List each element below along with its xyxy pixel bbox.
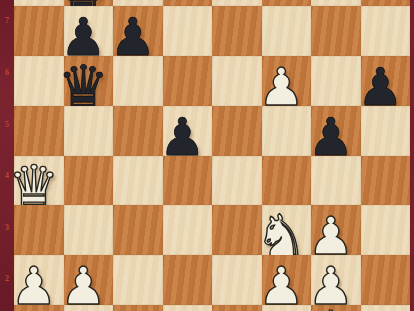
square-d3[interactable] [163, 205, 213, 255]
white-pawn[interactable]: ♟ [14, 260, 57, 311]
square-h5[interactable] [361, 106, 411, 156]
rank-label-3: 3 [0, 223, 14, 232]
chess-board: ♚♟♟♛♟♟♟♟♛♞♟♟♟♟♟♚ [14, 0, 410, 311]
square-e1[interactable] [212, 305, 262, 311]
square-e2[interactable] [212, 255, 262, 305]
square-a1[interactable] [14, 305, 64, 311]
square-e7[interactable] [212, 6, 262, 56]
square-g5[interactable]: ♟ [311, 106, 361, 156]
square-g2[interactable]: ♟ [311, 255, 361, 305]
white-king[interactable]: ♚ [306, 304, 356, 311]
rank-label-7: 7 [0, 16, 14, 25]
square-e5[interactable] [212, 106, 262, 156]
chess-board-screenshot: 765432 ♚♟♟♛♟♟♟♟♛♞♟♟♟♟♟♚ [0, 0, 414, 311]
square-b2[interactable]: ♟ [64, 255, 114, 305]
rank-label-2: 2 [0, 274, 14, 283]
square-h6[interactable]: ♟ [361, 56, 411, 106]
square-f2[interactable]: ♟ [262, 255, 312, 305]
square-a4[interactable]: ♛ [14, 156, 64, 206]
square-f1[interactable] [262, 305, 312, 311]
square-b6[interactable]: ♛ [64, 56, 114, 106]
square-g3[interactable]: ♟ [311, 205, 361, 255]
square-g4[interactable] [311, 156, 361, 206]
board-border-rank-strip: 765432 [0, 0, 14, 311]
rank-label-6: 6 [0, 68, 14, 77]
white-pawn[interactable]: ♟ [60, 260, 107, 311]
square-h4[interactable] [361, 156, 411, 206]
square-c3[interactable] [113, 205, 163, 255]
square-c7[interactable]: ♟ [113, 6, 163, 56]
square-g6[interactable] [311, 56, 361, 106]
square-e3[interactable] [212, 205, 262, 255]
square-a5[interactable] [14, 106, 64, 156]
square-f4[interactable] [262, 156, 312, 206]
square-d4[interactable] [163, 156, 213, 206]
square-b3[interactable] [64, 205, 114, 255]
square-b1[interactable] [64, 305, 114, 311]
square-c2[interactable] [113, 255, 163, 305]
square-d1[interactable] [163, 305, 213, 311]
square-f5[interactable] [262, 106, 312, 156]
square-c5[interactable] [113, 106, 163, 156]
square-a6[interactable] [14, 56, 64, 106]
square-c4[interactable] [113, 156, 163, 206]
square-f6[interactable]: ♟ [262, 56, 312, 106]
square-h3[interactable] [361, 205, 411, 255]
square-f7[interactable] [262, 6, 312, 56]
square-h2[interactable] [361, 255, 411, 305]
square-c1[interactable] [113, 305, 163, 311]
rank-label-4: 4 [0, 171, 14, 180]
square-d6[interactable] [163, 56, 213, 106]
square-d5[interactable]: ♟ [163, 106, 213, 156]
square-a2[interactable]: ♟ [14, 255, 64, 305]
board-viewport: ♚♟♟♛♟♟♟♟♛♞♟♟♟♟♟♚ [14, 0, 410, 311]
square-b5[interactable] [64, 106, 114, 156]
square-a7[interactable] [14, 6, 64, 56]
white-pawn[interactable]: ♟ [258, 260, 305, 311]
square-h1[interactable] [361, 305, 411, 311]
square-g1[interactable]: ♚ [311, 305, 361, 311]
square-b4[interactable] [64, 156, 114, 206]
square-g7[interactable] [311, 6, 361, 56]
square-a3[interactable] [14, 205, 64, 255]
square-c6[interactable] [113, 56, 163, 106]
square-d7[interactable] [163, 6, 213, 56]
square-e4[interactable] [212, 156, 262, 206]
square-h7[interactable] [361, 6, 411, 56]
rank-label-5: 5 [0, 120, 14, 129]
square-b7[interactable]: ♟ [64, 6, 114, 56]
square-e6[interactable] [212, 56, 262, 106]
square-f3[interactable]: ♞ [262, 205, 312, 255]
square-d2[interactable] [163, 255, 213, 305]
